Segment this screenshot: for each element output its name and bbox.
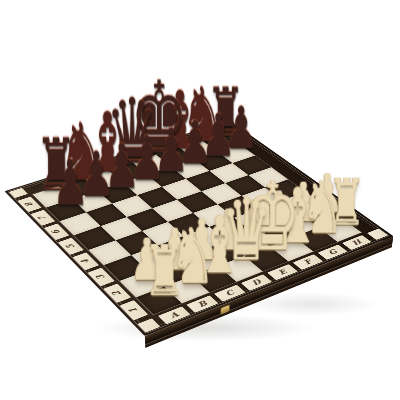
chess-board: 87654321 ABCDEFGH ♜♞♝♛♚♝♞♜♟♟♟♟♟♟♟♟♟♟♟♟♟♟…: [4, 120, 393, 336]
board-frame: 87654321 ABCDEFGH: [4, 120, 393, 336]
chess-set-photo: 87654321 ABCDEFGH ♜♞♝♛♚♝♞♜♟♟♟♟♟♟♟♟♟♟♟♟♟♟…: [0, 0, 400, 400]
brass-latch-icon: [221, 305, 230, 315]
squares-grid: [33, 133, 361, 314]
perspective-wrapper: 87654321 ABCDEFGH ♜♞♝♛♚♝♞♜♟♟♟♟♟♟♟♟♟♟♟♟♟♟…: [13, 33, 373, 393]
